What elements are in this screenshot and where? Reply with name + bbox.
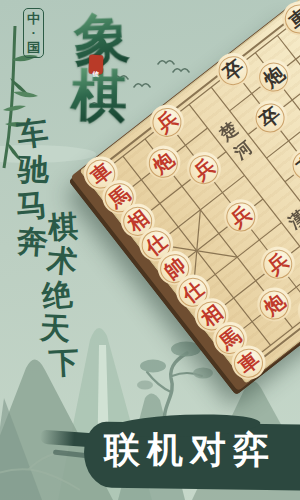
country-badge: 中 · 国 (23, 8, 44, 58)
country-char: 中 (27, 12, 40, 26)
cta-label: 联机对弈 (104, 432, 276, 468)
title-char: 棋 (69, 67, 130, 124)
seal-stamp: 传统 (89, 55, 104, 74)
country-char: · (31, 26, 35, 40)
country-char: 国 (27, 41, 40, 55)
promo-screen: 楚 河 漢 界 車馬相仕帥仕相馬車炮炮兵兵兵兵兵卒卒卒卒卒炮炮車馬象士將士象馬車… (0, 0, 300, 500)
